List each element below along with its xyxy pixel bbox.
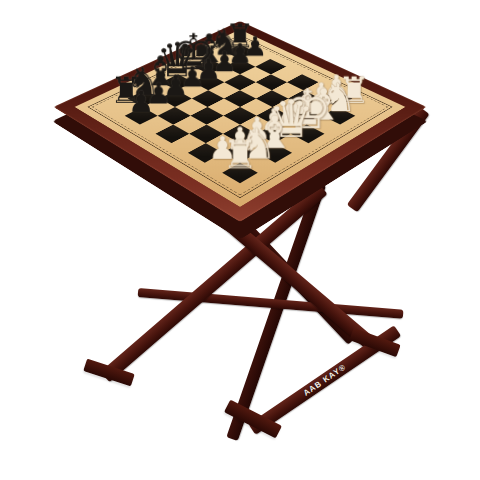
black-pawn[interactable]: ♟ <box>128 87 154 116</box>
tabletop: ♜♟♟♜♞♟♟♞♝♟♟♝♚♟♟♚♛♟♟♛♝♟♟♝♞♟♟♞♜♟♟♜ <box>53 21 426 222</box>
white-rook[interactable]: ♜ <box>222 135 257 174</box>
tabletop-stage: ♜♟♟♜♞♟♟♞♝♟♟♝♚♟♟♚♛♟♟♛♝♟♟♝♞♟♟♞♜♟♟♜ <box>0 0 480 480</box>
product-photo: AAB KAY® ♜♟♟♜♞♟♟♞♝♟♟♝♚♟♟♚♛♟♟♛♝♟♟♝♞♟♟♞♜♟♟… <box>0 0 480 480</box>
